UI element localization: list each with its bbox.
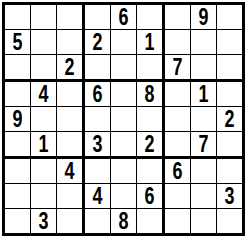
cell-r3c7: 7: [165, 55, 190, 79]
cell-r2c8[interactable]: [191, 30, 216, 54]
box-5: 6832: [85, 82, 162, 156]
cell-r9c3[interactable]: [57, 209, 82, 233]
cell-r4c1[interactable]: [5, 82, 30, 106]
cell-digit: 9: [199, 5, 209, 29]
cell-r3c4[interactable]: [85, 55, 110, 79]
cell-r7c8[interactable]: [191, 159, 216, 183]
cell-r8c8[interactable]: [191, 184, 216, 208]
cell-digit: 6: [145, 184, 155, 208]
cell-digit: 1: [199, 82, 209, 106]
cell-r5c6[interactable]: [137, 107, 162, 131]
cell-r6c3[interactable]: [57, 132, 82, 156]
cell-digit: 2: [225, 107, 235, 131]
cell-r3c1[interactable]: [5, 55, 30, 79]
cell-r8c4: 4: [85, 184, 110, 208]
cell-r6c1[interactable]: [5, 132, 30, 156]
cell-r8c3[interactable]: [57, 184, 82, 208]
cell-digit: 2: [65, 55, 75, 79]
cell-r2c4: 2: [85, 30, 110, 54]
cell-r2c5[interactable]: [111, 30, 136, 54]
cell-r6c5[interactable]: [111, 132, 136, 156]
box-8: 468: [85, 159, 162, 233]
cell-r4c9[interactable]: [217, 82, 242, 106]
cell-r5c4[interactable]: [85, 107, 110, 131]
cell-r1c3[interactable]: [57, 5, 82, 29]
cell-r7c6[interactable]: [137, 159, 162, 183]
box-1: 52: [5, 5, 82, 79]
cell-r3c5[interactable]: [111, 55, 136, 79]
cell-digit: 1: [39, 132, 49, 156]
cell-r1c5: 6: [111, 5, 136, 29]
box-2: 621: [85, 5, 162, 79]
cell-digit: 7: [173, 55, 183, 79]
cell-r1c4[interactable]: [85, 5, 110, 29]
cell-digit: 3: [93, 132, 103, 156]
cell-r5c1: 9: [5, 107, 30, 131]
cell-r4c4: 6: [85, 82, 110, 106]
cell-digit: 6: [93, 82, 103, 106]
cell-r2c3[interactable]: [57, 30, 82, 54]
cell-r4c8: 1: [191, 82, 216, 106]
cell-r7c1[interactable]: [5, 159, 30, 183]
cell-digit: 2: [145, 132, 155, 156]
cell-r6c8: 7: [191, 132, 216, 156]
sudoku-board: 52 621 97 491 6832 127 43 468 63: [2, 2, 245, 236]
cell-digit: 7: [199, 132, 209, 156]
box-4: 491: [5, 82, 82, 156]
cell-r4c5[interactable]: [111, 82, 136, 106]
cell-r6c7[interactable]: [165, 132, 190, 156]
cell-r8c9: 3: [217, 184, 242, 208]
cell-digit: 8: [119, 209, 129, 233]
cell-r2c9[interactable]: [217, 30, 242, 54]
box-3: 97: [165, 5, 242, 79]
cell-r6c2: 1: [31, 132, 56, 156]
cell-r1c7[interactable]: [165, 5, 190, 29]
cell-r1c6[interactable]: [137, 5, 162, 29]
cell-r7c7: 6: [165, 159, 190, 183]
cell-digit: 2: [93, 30, 103, 54]
cell-r4c7[interactable]: [165, 82, 190, 106]
cell-digit: 4: [65, 159, 75, 183]
cell-r7c4[interactable]: [85, 159, 110, 183]
cell-r9c8[interactable]: [191, 209, 216, 233]
cell-r6c4: 3: [85, 132, 110, 156]
cell-r3c8[interactable]: [191, 55, 216, 79]
cell-digit: 9: [13, 107, 23, 131]
cell-digit: 4: [93, 184, 103, 208]
cell-r3c3: 2: [57, 55, 82, 79]
box-7: 43: [5, 159, 82, 233]
cell-r2c7[interactable]: [165, 30, 190, 54]
cell-r9c4[interactable]: [85, 209, 110, 233]
cell-digit: 3: [39, 209, 49, 233]
cell-digit: 6: [119, 5, 129, 29]
cell-r1c1[interactable]: [5, 5, 30, 29]
cell-digit: 3: [225, 184, 235, 208]
cell-r9c7[interactable]: [165, 209, 190, 233]
cell-r3c9[interactable]: [217, 55, 242, 79]
cell-digit: 5: [13, 30, 23, 54]
cell-r1c9[interactable]: [217, 5, 242, 29]
cell-r5c7[interactable]: [165, 107, 190, 131]
cell-r1c2[interactable]: [31, 5, 56, 29]
cell-r2c6: 1: [137, 30, 162, 54]
cell-r4c3[interactable]: [57, 82, 82, 106]
cell-r5c9: 2: [217, 107, 242, 131]
cell-r5c5[interactable]: [111, 107, 136, 131]
cell-r4c6: 8: [137, 82, 162, 106]
cell-r3c2[interactable]: [31, 55, 56, 79]
cell-r4c2: 4: [31, 82, 56, 106]
cell-r6c6: 2: [137, 132, 162, 156]
cell-r5c8[interactable]: [191, 107, 216, 131]
cell-r5c2[interactable]: [31, 107, 56, 131]
cell-r1c8: 9: [191, 5, 216, 29]
cell-r8c1[interactable]: [5, 184, 30, 208]
cell-r9c1[interactable]: [5, 209, 30, 233]
cell-digit: 1: [145, 30, 155, 54]
box-6: 127: [165, 82, 242, 156]
cell-r9c5: 8: [111, 209, 136, 233]
cell-digit: 8: [145, 82, 155, 106]
cell-r9c9[interactable]: [217, 209, 242, 233]
cell-digit: 4: [39, 82, 49, 106]
cell-r8c6: 6: [137, 184, 162, 208]
cell-r2c1: 5: [5, 30, 30, 54]
box-9: 63: [165, 159, 242, 233]
cell-r7c2[interactable]: [31, 159, 56, 183]
cell-r9c6[interactable]: [137, 209, 162, 233]
cell-r2c2[interactable]: [31, 30, 56, 54]
cell-r9c2: 3: [31, 209, 56, 233]
cell-r8c5[interactable]: [111, 184, 136, 208]
cell-r7c9[interactable]: [217, 159, 242, 183]
cell-r3c6[interactable]: [137, 55, 162, 79]
sudoku-page: 52 621 97 491 6832 127 43 468 63: [0, 0, 251, 241]
cell-r8c7[interactable]: [165, 184, 190, 208]
cell-r5c3[interactable]: [57, 107, 82, 131]
cell-digit: 6: [173, 159, 183, 183]
cell-r6c9[interactable]: [217, 132, 242, 156]
cell-r7c5[interactable]: [111, 159, 136, 183]
cell-r8c2[interactable]: [31, 184, 56, 208]
cell-r7c3: 4: [57, 159, 82, 183]
